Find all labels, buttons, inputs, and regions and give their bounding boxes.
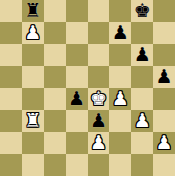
square-a6[interactable] [0, 44, 22, 66]
square-d6[interactable] [66, 44, 88, 66]
square-h6[interactable] [153, 44, 175, 66]
square-c5[interactable] [44, 66, 66, 88]
piece-black-pawn-e3[interactable]: ♟ [90, 111, 107, 130]
square-f6[interactable] [109, 44, 131, 66]
piece-white-pawn-g3[interactable]: ♟ [134, 111, 151, 130]
square-d7[interactable] [66, 22, 88, 44]
square-e7[interactable] [88, 22, 110, 44]
square-e4[interactable]: ♚ [88, 88, 110, 110]
square-d8[interactable] [66, 0, 88, 22]
square-f4[interactable]: ♟ [109, 88, 131, 110]
piece-white-pawn-f4[interactable]: ♟ [112, 89, 129, 108]
square-b5[interactable] [22, 66, 44, 88]
square-a4[interactable] [0, 88, 22, 110]
piece-black-pawn-d4[interactable]: ♟ [68, 89, 85, 108]
square-h3[interactable] [153, 110, 175, 132]
piece-white-pawn-e2[interactable]: ♟ [90, 133, 107, 152]
square-d5[interactable] [66, 66, 88, 88]
square-g7[interactable] [131, 22, 153, 44]
piece-black-pawn-f7[interactable]: ♟ [112, 23, 129, 42]
square-f8[interactable] [109, 0, 131, 22]
square-f5[interactable] [109, 66, 131, 88]
piece-black-pawn-g6[interactable]: ♟ [134, 45, 151, 64]
square-f1[interactable] [109, 154, 131, 176]
square-a3[interactable] [0, 110, 22, 132]
square-a2[interactable] [0, 132, 22, 154]
square-g3[interactable]: ♟ [131, 110, 153, 132]
square-e6[interactable] [88, 44, 110, 66]
square-f3[interactable] [109, 110, 131, 132]
square-d4[interactable]: ♟ [66, 88, 88, 110]
piece-black-pawn-h5[interactable]: ♟ [156, 67, 173, 86]
square-c3[interactable] [44, 110, 66, 132]
square-h7[interactable] [153, 22, 175, 44]
square-e1[interactable] [88, 154, 110, 176]
square-f7[interactable]: ♟ [109, 22, 131, 44]
piece-white-rook-b3[interactable]: ♜ [24, 111, 41, 130]
square-h2[interactable]: ♟ [153, 132, 175, 154]
piece-white-pawn-b7[interactable]: ♟ [24, 23, 41, 42]
square-b8[interactable]: ♜ [22, 0, 44, 22]
square-h5[interactable]: ♟ [153, 66, 175, 88]
square-d2[interactable] [66, 132, 88, 154]
square-g4[interactable] [131, 88, 153, 110]
square-g5[interactable] [131, 66, 153, 88]
square-h4[interactable] [153, 88, 175, 110]
square-e3[interactable]: ♟ [88, 110, 110, 132]
square-b7[interactable]: ♟ [22, 22, 44, 44]
square-g1[interactable] [131, 154, 153, 176]
square-h8[interactable] [153, 0, 175, 22]
square-d1[interactable] [66, 154, 88, 176]
square-e2[interactable]: ♟ [88, 132, 110, 154]
piece-black-rook-b8[interactable]: ♜ [24, 1, 41, 20]
square-b2[interactable] [22, 132, 44, 154]
square-c7[interactable] [44, 22, 66, 44]
square-b6[interactable] [22, 44, 44, 66]
square-f2[interactable] [109, 132, 131, 154]
square-c1[interactable] [44, 154, 66, 176]
square-g2[interactable] [131, 132, 153, 154]
square-c4[interactable] [44, 88, 66, 110]
piece-white-pawn-h2[interactable]: ♟ [156, 133, 173, 152]
square-a5[interactable] [0, 66, 22, 88]
square-c8[interactable] [44, 0, 66, 22]
square-d3[interactable] [66, 110, 88, 132]
square-h1[interactable] [153, 154, 175, 176]
square-a8[interactable] [0, 0, 22, 22]
square-g8[interactable]: ♚ [131, 0, 153, 22]
square-b4[interactable] [22, 88, 44, 110]
square-e8[interactable] [88, 0, 110, 22]
square-e5[interactable] [88, 66, 110, 88]
square-b3[interactable]: ♜ [22, 110, 44, 132]
piece-white-king-e4[interactable]: ♚ [90, 89, 107, 108]
piece-black-king-g8[interactable]: ♚ [134, 1, 151, 20]
chess-board: ♜♚♟♟♟♟♟♚♟♜♟♟♟♟ [0, 0, 175, 176]
square-c6[interactable] [44, 44, 66, 66]
square-a1[interactable] [0, 154, 22, 176]
square-c2[interactable] [44, 132, 66, 154]
square-a7[interactable] [0, 22, 22, 44]
square-b1[interactable] [22, 154, 44, 176]
square-g6[interactable]: ♟ [131, 44, 153, 66]
